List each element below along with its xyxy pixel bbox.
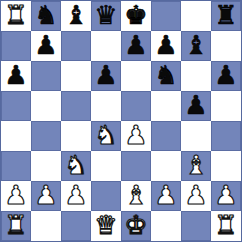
square-d1[interactable]: ♛	[91, 211, 121, 241]
square-f1[interactable]	[151, 211, 181, 241]
square-b4[interactable]	[31, 121, 61, 151]
square-c2[interactable]: ♟	[61, 181, 91, 211]
square-a6[interactable]: ♟	[1, 61, 31, 91]
square-b2[interactable]: ♟	[31, 181, 61, 211]
piece-black-pawn[interactable]: ♟	[154, 30, 177, 60]
square-f2[interactable]: ♟	[151, 181, 181, 211]
square-c7[interactable]	[61, 31, 91, 61]
piece-black-pawn[interactable]: ♟	[184, 90, 207, 120]
square-d5[interactable]	[91, 91, 121, 121]
square-e2[interactable]: ♝	[121, 181, 151, 211]
square-g8[interactable]	[181, 1, 211, 31]
piece-black-pawn[interactable]: ♟	[214, 60, 237, 90]
square-f4[interactable]	[151, 121, 181, 151]
square-g4[interactable]	[181, 121, 211, 151]
piece-white-king[interactable]: ♚	[124, 210, 147, 240]
piece-black-pawn[interactable]: ♟	[4, 60, 27, 90]
square-g3[interactable]: ♝	[181, 151, 211, 181]
square-f7[interactable]: ♟	[151, 31, 181, 61]
piece-white-queen[interactable]: ♛	[94, 210, 117, 240]
square-e6[interactable]	[121, 61, 151, 91]
piece-black-pawn[interactable]: ♟	[94, 60, 117, 90]
square-e8[interactable]: ♚	[121, 1, 151, 31]
piece-white-pawn[interactable]: ♟	[64, 180, 87, 210]
piece-white-pawn[interactable]: ♟	[4, 180, 27, 210]
piece-white-rook[interactable]: ♜	[214, 210, 237, 240]
piece-white-pawn[interactable]: ♟	[184, 180, 207, 210]
square-b8[interactable]: ♞	[31, 1, 61, 31]
piece-white-pawn[interactable]: ♟	[154, 180, 177, 210]
square-c4[interactable]	[61, 121, 91, 151]
piece-white-rook[interactable]: ♜	[4, 0, 27, 30]
square-h5[interactable]	[211, 91, 241, 121]
piece-black-king[interactable]: ♚	[124, 0, 147, 30]
square-g7[interactable]: ♝	[181, 31, 211, 61]
piece-black-bishop[interactable]: ♝	[64, 0, 87, 30]
square-e4[interactable]: ♟	[121, 121, 151, 151]
piece-white-bishop[interactable]: ♝	[184, 150, 207, 180]
chess-board: ♜♞♝♛♚♜♟♟♟♝♟♟♞♟♟♞♟♞♝♟♟♟♝♟♟♟♜♛♚♜	[0, 0, 242, 242]
square-g5[interactable]: ♟	[181, 91, 211, 121]
square-h6[interactable]: ♟	[211, 61, 241, 91]
square-b6[interactable]	[31, 61, 61, 91]
square-b3[interactable]	[31, 151, 61, 181]
square-d7[interactable]	[91, 31, 121, 61]
square-h4[interactable]	[211, 121, 241, 151]
square-h7[interactable]	[211, 31, 241, 61]
square-f8[interactable]	[151, 1, 181, 31]
square-d4[interactable]: ♞	[91, 121, 121, 151]
piece-black-pawn[interactable]: ♟	[124, 30, 147, 60]
piece-black-rook[interactable]: ♜	[214, 0, 237, 30]
piece-black-queen[interactable]: ♛	[94, 0, 117, 30]
square-d2[interactable]	[91, 181, 121, 211]
piece-black-knight[interactable]: ♞	[154, 60, 177, 90]
square-a2[interactable]: ♟	[1, 181, 31, 211]
square-c5[interactable]	[61, 91, 91, 121]
piece-black-bishop[interactable]: ♝	[184, 30, 207, 60]
square-b7[interactable]: ♟	[31, 31, 61, 61]
square-h8[interactable]: ♜	[211, 1, 241, 31]
square-a5[interactable]	[1, 91, 31, 121]
piece-white-bishop[interactable]: ♝	[124, 180, 147, 210]
square-e7[interactable]: ♟	[121, 31, 151, 61]
square-g1[interactable]	[181, 211, 211, 241]
piece-white-knight[interactable]: ♞	[64, 150, 87, 180]
square-g2[interactable]: ♟	[181, 181, 211, 211]
square-e3[interactable]	[121, 151, 151, 181]
piece-white-pawn[interactable]: ♟	[214, 180, 237, 210]
square-c3[interactable]: ♞	[61, 151, 91, 181]
square-c6[interactable]	[61, 61, 91, 91]
square-h3[interactable]	[211, 151, 241, 181]
square-f6[interactable]: ♞	[151, 61, 181, 91]
square-h1[interactable]: ♜	[211, 211, 241, 241]
piece-white-knight[interactable]: ♞	[94, 120, 117, 150]
square-f5[interactable]	[151, 91, 181, 121]
square-c8[interactable]: ♝	[61, 1, 91, 31]
square-h2[interactable]: ♟	[211, 181, 241, 211]
square-b5[interactable]	[31, 91, 61, 121]
square-g6[interactable]	[181, 61, 211, 91]
square-a8[interactable]: ♜	[1, 1, 31, 31]
square-b1[interactable]	[31, 211, 61, 241]
square-d3[interactable]	[91, 151, 121, 181]
piece-white-pawn[interactable]: ♟	[34, 180, 57, 210]
square-e5[interactable]	[121, 91, 151, 121]
piece-black-knight[interactable]: ♞	[34, 0, 57, 30]
square-d6[interactable]: ♟	[91, 61, 121, 91]
square-a1[interactable]: ♜	[1, 211, 31, 241]
square-e1[interactable]: ♚	[121, 211, 151, 241]
piece-black-pawn[interactable]: ♟	[34, 30, 57, 60]
square-c1[interactable]	[61, 211, 91, 241]
square-d8[interactable]: ♛	[91, 1, 121, 31]
piece-white-rook[interactable]: ♜	[4, 210, 27, 240]
square-a3[interactable]	[1, 151, 31, 181]
square-f3[interactable]	[151, 151, 181, 181]
square-a7[interactable]	[1, 31, 31, 61]
piece-white-pawn[interactable]: ♟	[124, 120, 147, 150]
square-a4[interactable]	[1, 121, 31, 151]
